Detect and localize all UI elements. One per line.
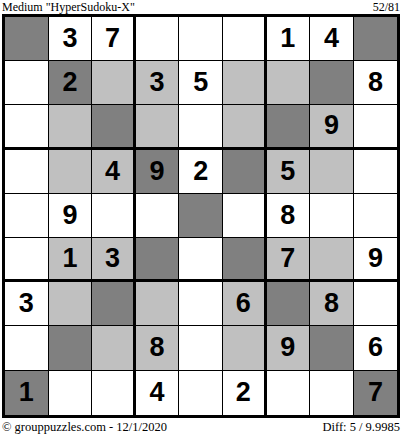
cell-r2c9[interactable]: 8 [354,61,398,105]
cell-r3c1[interactable] [5,105,49,149]
cell-r7c7[interactable] [267,282,311,326]
cell-r9c8[interactable] [310,371,354,415]
cell-r8c2[interactable] [49,326,93,370]
puzzle-page: Medium "HyperSudoku-X" 52/81 37142358949… [0,0,402,437]
cell-r3c8[interactable]: 9 [310,105,354,149]
cell-r1c5[interactable] [179,17,223,61]
cell-r4c8[interactable] [310,150,354,194]
cell-r1c7[interactable]: 1 [267,17,311,61]
cell-r4c1[interactable] [5,150,49,194]
cells-remaining-counter: 52/81 [373,1,400,13]
cell-r5c9[interactable] [354,194,398,238]
cell-r8c8[interactable] [310,326,354,370]
cell-r8c6[interactable] [223,326,267,370]
cell-r2c6[interactable] [223,61,267,105]
cell-r9c3[interactable] [92,371,136,415]
cell-r5c1[interactable] [5,194,49,238]
cell-r9c1[interactable]: 1 [5,371,49,415]
cell-r1c8[interactable]: 4 [310,17,354,61]
cell-r4c6[interactable] [223,150,267,194]
cell-r8c4[interactable]: 8 [136,326,180,370]
cell-r4c2[interactable] [49,150,93,194]
cell-r2c4[interactable]: 3 [136,61,180,105]
cell-r7c8[interactable]: 8 [310,282,354,326]
copyright-text: © grouppuzzles.com - 12/1/2020 [2,421,167,434]
cell-r8c3[interactable] [92,326,136,370]
cell-r6c5[interactable] [179,238,223,282]
cell-r3c6[interactable] [223,105,267,149]
cell-r5c8[interactable] [310,194,354,238]
cell-r7c4[interactable] [136,282,180,326]
cell-r7c1[interactable]: 3 [5,282,49,326]
cell-r4c4[interactable]: 9 [136,150,180,194]
cell-r4c7[interactable]: 5 [267,150,311,194]
cell-r1c3[interactable]: 7 [92,17,136,61]
cell-r8c1[interactable] [5,326,49,370]
cell-r7c5[interactable] [179,282,223,326]
sudoku-board: 37142358949259813793688961427 [2,14,400,418]
cell-r5c5[interactable] [179,194,223,238]
cell-r8c7[interactable]: 9 [267,326,311,370]
cell-r5c3[interactable] [92,194,136,238]
cell-r5c7[interactable]: 8 [267,194,311,238]
cell-r1c4[interactable] [136,17,180,61]
cell-r4c5[interactable]: 2 [179,150,223,194]
cell-r9c6[interactable]: 2 [223,371,267,415]
header: Medium "HyperSudoku-X" 52/81 [0,0,402,14]
cell-r1c6[interactable] [223,17,267,61]
cell-r9c2[interactable] [49,371,93,415]
cell-r9c5[interactable] [179,371,223,415]
cell-r9c7[interactable] [267,371,311,415]
cell-r2c8[interactable] [310,61,354,105]
cell-r1c9[interactable] [354,17,398,61]
footer: © grouppuzzles.com - 12/1/2020 Diff: 5 /… [0,418,402,437]
cell-r6c8[interactable] [310,238,354,282]
cell-r3c4[interactable] [136,105,180,149]
cell-r2c1[interactable] [5,61,49,105]
cell-r7c2[interactable] [49,282,93,326]
cell-r6c3[interactable]: 3 [92,238,136,282]
cell-r8c5[interactable] [179,326,223,370]
cell-r2c3[interactable] [92,61,136,105]
cell-r6c6[interactable] [223,238,267,282]
cell-r4c3[interactable]: 4 [92,150,136,194]
cell-r7c3[interactable] [92,282,136,326]
cell-r3c2[interactable] [49,105,93,149]
cell-r3c3[interactable] [92,105,136,149]
puzzle-title: Medium "HyperSudoku-X" [2,1,135,13]
cell-r6c7[interactable]: 7 [267,238,311,282]
cell-r4c9[interactable] [354,150,398,194]
cell-r9c9[interactable]: 7 [354,371,398,415]
cell-r2c7[interactable] [267,61,311,105]
cell-r2c5[interactable]: 5 [179,61,223,105]
cell-r8c9[interactable]: 6 [354,326,398,370]
difficulty-text: Diff: 5 / 9.9985 [322,421,400,434]
cell-r7c9[interactable] [354,282,398,326]
cell-r7c6[interactable]: 6 [223,282,267,326]
cell-r6c1[interactable] [5,238,49,282]
cell-r2c2[interactable]: 2 [49,61,93,105]
cell-r3c5[interactable] [179,105,223,149]
cell-r3c7[interactable] [267,105,311,149]
cell-r5c6[interactable] [223,194,267,238]
cell-r6c4[interactable] [136,238,180,282]
cell-r5c2[interactable]: 9 [49,194,93,238]
cell-r6c9[interactable]: 9 [354,238,398,282]
cell-r1c2[interactable]: 3 [49,17,93,61]
cell-r1c1[interactable] [5,17,49,61]
cell-r6c2[interactable]: 1 [49,238,93,282]
cell-r3c9[interactable] [354,105,398,149]
cell-r9c4[interactable]: 4 [136,371,180,415]
cell-r5c4[interactable] [136,194,180,238]
